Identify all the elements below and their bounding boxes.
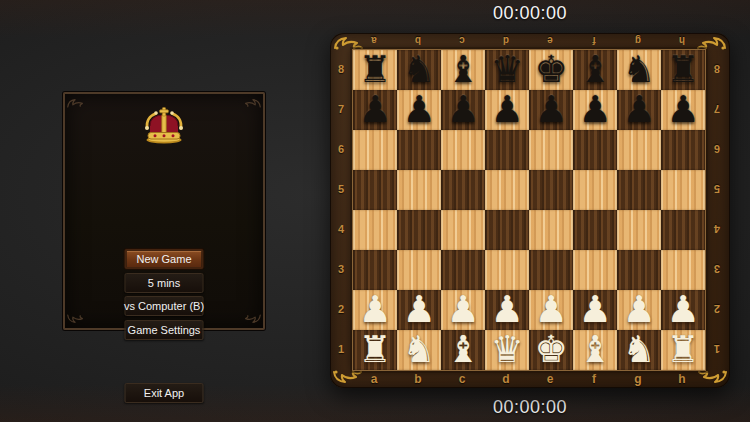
square-f6[interactable]	[573, 130, 617, 170]
white-knight[interactable]: ♞	[397, 330, 441, 370]
coord-label-2: 2	[330, 289, 352, 329]
white-rook[interactable]: ♜	[353, 330, 397, 370]
crown-icon	[141, 106, 187, 144]
square-g8[interactable]: ♞	[617, 50, 661, 90]
square-e1[interactable]: ♚	[529, 330, 573, 370]
black-bishop[interactable]: ♝	[573, 50, 617, 90]
square-e5[interactable]	[529, 170, 573, 210]
square-c4[interactable]	[441, 210, 485, 250]
square-c1[interactable]: ♝	[441, 330, 485, 370]
square-h2[interactable]: ♟	[661, 290, 705, 330]
square-h6[interactable]	[661, 130, 705, 170]
square-h5[interactable]	[661, 170, 705, 210]
square-g7[interactable]: ♟	[617, 90, 661, 130]
coord-label-g: g	[616, 370, 660, 387]
square-a7[interactable]: ♟	[353, 90, 397, 130]
coord-label-7: 7	[330, 89, 352, 129]
square-a4[interactable]	[353, 210, 397, 250]
panel-corner-flourish-icon	[67, 96, 89, 110]
black-bishop[interactable]: ♝	[441, 50, 485, 90]
coord-label-5: 5	[330, 169, 352, 209]
square-g3[interactable]	[617, 250, 661, 290]
white-rook[interactable]: ♜	[661, 330, 705, 370]
black-pawn[interactable]: ♟	[441, 90, 485, 130]
white-pawn[interactable]: ♟	[485, 290, 529, 330]
panel-corner-flourish-icon	[239, 96, 261, 110]
coord-label-h: h	[660, 370, 704, 387]
game-settings-button[interactable]: Game Settings	[125, 320, 204, 340]
coord-label-g: g	[616, 33, 660, 49]
square-g2[interactable]: ♟	[617, 290, 661, 330]
coord-label-h: h	[660, 33, 704, 49]
white-pawn[interactable]: ♟	[529, 290, 573, 330]
square-c6[interactable]	[441, 130, 485, 170]
coord-label-c: c	[440, 370, 484, 387]
square-a8[interactable]: ♜	[353, 50, 397, 90]
coord-label-3: 3	[330, 249, 352, 289]
square-b7[interactable]: ♟	[397, 90, 441, 130]
coord-label-6: 6	[704, 129, 730, 169]
coord-label-1: 1	[704, 329, 730, 369]
black-pawn[interactable]: ♟	[617, 90, 661, 130]
panel-corner-flourish-icon	[239, 312, 261, 326]
black-pawn[interactable]: ♟	[353, 90, 397, 130]
coord-label-7: 7	[704, 89, 730, 129]
square-h7[interactable]: ♟	[661, 90, 705, 130]
coord-label-f: f	[572, 370, 616, 387]
square-f1[interactable]: ♝	[573, 330, 617, 370]
coord-label-8: 8	[704, 49, 730, 89]
new-game-button[interactable]: New Game	[125, 249, 204, 269]
coord-label-4: 4	[330, 209, 352, 249]
file-labels-bottom: abcdefgh	[352, 370, 704, 387]
square-e7[interactable]: ♟	[529, 90, 573, 130]
black-rook[interactable]: ♜	[353, 50, 397, 90]
black-pawn[interactable]: ♟	[397, 90, 441, 130]
square-a1[interactable]: ♜	[353, 330, 397, 370]
square-c7[interactable]: ♟	[441, 90, 485, 130]
square-d2[interactable]: ♟	[485, 290, 529, 330]
white-king[interactable]: ♚	[529, 330, 573, 370]
coord-label-b: b	[396, 370, 440, 387]
square-h8[interactable]: ♜	[661, 50, 705, 90]
file-labels-top: abcdefgh	[352, 33, 704, 49]
square-g6[interactable]	[617, 130, 661, 170]
square-d6[interactable]	[485, 130, 529, 170]
square-e8[interactable]: ♚	[529, 50, 573, 90]
square-a5[interactable]	[353, 170, 397, 210]
black-king[interactable]: ♚	[529, 50, 573, 90]
white-knight[interactable]: ♞	[617, 330, 661, 370]
black-pawn[interactable]: ♟	[485, 90, 529, 130]
square-c2[interactable]: ♟	[441, 290, 485, 330]
square-h3[interactable]	[661, 250, 705, 290]
rank-labels-left: 87654321	[330, 49, 352, 369]
square-c3[interactable]	[441, 250, 485, 290]
bottom-clock: 00:00:00	[330, 397, 730, 418]
square-d5[interactable]	[485, 170, 529, 210]
white-pawn[interactable]: ♟	[661, 290, 705, 330]
black-queen[interactable]: ♛	[485, 50, 529, 90]
square-f7[interactable]: ♟	[573, 90, 617, 130]
white-queen[interactable]: ♛	[485, 330, 529, 370]
coord-label-b: b	[396, 33, 440, 49]
white-pawn[interactable]: ♟	[397, 290, 441, 330]
square-d4[interactable]	[485, 210, 529, 250]
square-f3[interactable]	[573, 250, 617, 290]
white-bishop[interactable]: ♝	[573, 330, 617, 370]
menu-panel: New Game 5 mins vs Computer (B) Game Set…	[63, 92, 265, 330]
square-b8[interactable]: ♞	[397, 50, 441, 90]
square-d7[interactable]: ♟	[485, 90, 529, 130]
square-g5[interactable]	[617, 170, 661, 210]
white-pawn[interactable]: ♟	[573, 290, 617, 330]
square-g1[interactable]: ♞	[617, 330, 661, 370]
exit-app-button[interactable]: Exit App	[125, 383, 204, 403]
coord-label-d: d	[484, 33, 528, 49]
top-clock: 00:00:00	[330, 3, 730, 24]
white-bishop[interactable]: ♝	[441, 330, 485, 370]
square-b3[interactable]	[397, 250, 441, 290]
coord-label-a: a	[352, 33, 396, 49]
coord-label-3: 3	[704, 249, 730, 289]
square-e4[interactable]	[529, 210, 573, 250]
panel-corner-flourish-icon	[67, 312, 89, 326]
square-b6[interactable]	[397, 130, 441, 170]
black-rook[interactable]: ♜	[661, 50, 705, 90]
rank-labels-right: 87654321	[704, 49, 730, 369]
square-e2[interactable]: ♟	[529, 290, 573, 330]
white-pawn[interactable]: ♟	[441, 290, 485, 330]
black-knight[interactable]: ♞	[397, 50, 441, 90]
square-g4[interactable]	[617, 210, 661, 250]
square-d1[interactable]: ♛	[485, 330, 529, 370]
coord-label-d: d	[484, 370, 528, 387]
square-b1[interactable]: ♞	[397, 330, 441, 370]
coord-label-c: c	[440, 33, 484, 49]
coord-label-e: e	[528, 33, 572, 49]
square-b4[interactable]	[397, 210, 441, 250]
coord-label-8: 8	[330, 49, 352, 89]
coord-label-e: e	[528, 370, 572, 387]
chess-board: abcdefgh 87654321 87654321 abcdefgh ♜♞♝♛…	[330, 33, 730, 388]
square-f4[interactable]	[573, 210, 617, 250]
coord-label-1: 1	[330, 329, 352, 369]
square-e3[interactable]	[529, 250, 573, 290]
square-b2[interactable]: ♟	[397, 290, 441, 330]
square-d8[interactable]: ♛	[485, 50, 529, 90]
coord-label-4: 4	[704, 209, 730, 249]
black-pawn[interactable]: ♟	[573, 90, 617, 130]
square-b5[interactable]	[397, 170, 441, 210]
square-e6[interactable]	[529, 130, 573, 170]
square-a2[interactable]: ♟	[353, 290, 397, 330]
square-d3[interactable]	[485, 250, 529, 290]
white-pawn[interactable]: ♟	[353, 290, 397, 330]
black-knight[interactable]: ♞	[617, 50, 661, 90]
square-f5[interactable]	[573, 170, 617, 210]
black-pawn[interactable]: ♟	[661, 90, 705, 130]
white-pawn[interactable]: ♟	[617, 290, 661, 330]
square-a3[interactable]	[353, 250, 397, 290]
square-f2[interactable]: ♟	[573, 290, 617, 330]
time-control-button[interactable]: 5 mins	[125, 273, 204, 293]
coord-label-5: 5	[704, 169, 730, 209]
square-c5[interactable]	[441, 170, 485, 210]
black-pawn[interactable]: ♟	[529, 90, 573, 130]
board-grid: ♜♞♝♛♚♝♞♜♟♟♟♟♟♟♟♟♟♟♟♟♟♟♟♟♜♞♝♛♚♝♞♜	[352, 49, 706, 371]
square-c8[interactable]: ♝	[441, 50, 485, 90]
square-h4[interactable]	[661, 210, 705, 250]
square-a6[interactable]	[353, 130, 397, 170]
coord-label-a: a	[352, 370, 396, 387]
coord-label-2: 2	[704, 289, 730, 329]
opponent-button[interactable]: vs Computer (B)	[125, 296, 204, 316]
square-f8[interactable]: ♝	[573, 50, 617, 90]
square-h1[interactable]: ♜	[661, 330, 705, 370]
coord-label-6: 6	[330, 129, 352, 169]
coord-label-f: f	[572, 33, 616, 49]
